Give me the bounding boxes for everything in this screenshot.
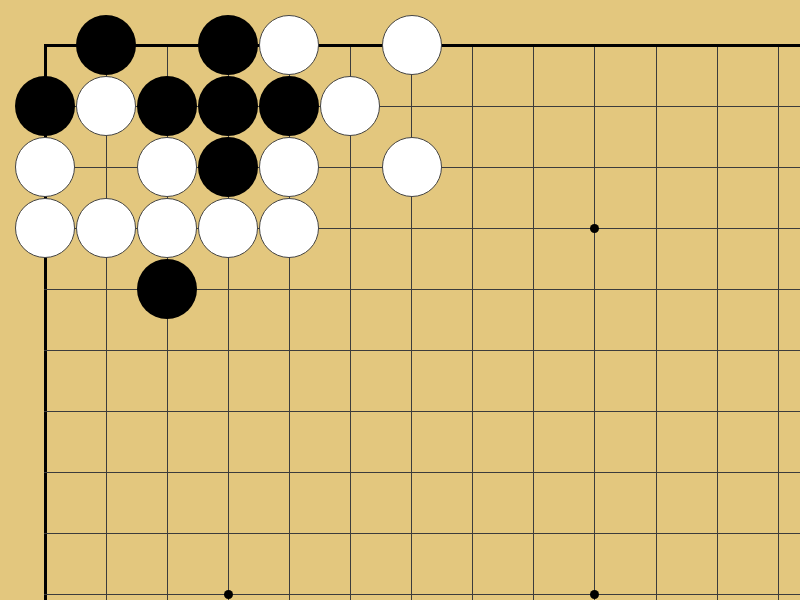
white-stone: [76, 76, 136, 136]
white-stone: [382, 15, 442, 75]
white-stone: [382, 137, 442, 197]
star-point: [590, 590, 599, 599]
black-stone: [198, 15, 258, 75]
white-stone: [259, 137, 319, 197]
black-stone: [198, 137, 258, 197]
black-stone: [15, 76, 75, 136]
white-stone: [137, 137, 197, 197]
star-point: [224, 590, 233, 599]
black-stone: [137, 259, 197, 319]
star-point: [590, 224, 599, 233]
go-board[interactable]: [14, 14, 800, 600]
white-stone: [198, 198, 258, 258]
go-board-viewport: [0, 0, 800, 600]
white-stone: [76, 198, 136, 258]
white-stone: [15, 198, 75, 258]
white-stone: [137, 198, 197, 258]
white-stone: [259, 198, 319, 258]
white-stone: [320, 76, 380, 136]
black-stone: [198, 76, 258, 136]
black-stone: [137, 76, 197, 136]
white-stone: [15, 137, 75, 197]
black-stone: [76, 15, 136, 75]
white-stone: [259, 15, 319, 75]
black-stone: [259, 76, 319, 136]
